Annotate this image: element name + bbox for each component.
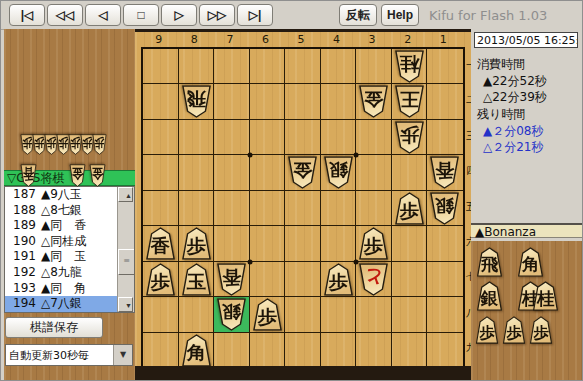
board-piece-香-9六: 香	[145, 227, 176, 260]
board-square-5九	[285, 333, 321, 368]
gote-hand-piece-香: 香	[20, 164, 37, 187]
board-piece-歩-2三: 歩	[394, 121, 425, 154]
board-square-2八	[392, 297, 428, 332]
file-label-3: 3	[369, 33, 376, 46]
svg-text:銀: 銀	[434, 195, 456, 215]
board-square-4九	[321, 333, 357, 368]
auto-update-dropdown[interactable]: 自動更新30秒毎 ▼	[5, 344, 133, 366]
svg-text:歩: 歩	[399, 125, 420, 145]
move-list-row-191[interactable]: 191▲同 玉	[5, 249, 134, 265]
board-piece-歩-2五: 歩	[394, 192, 425, 225]
board-square-9一	[143, 49, 179, 84]
board-square-7四	[214, 155, 250, 190]
board-square-8四	[179, 155, 215, 190]
scrollbar-thumb[interactable]: ≡	[118, 249, 135, 275]
board-square-6二	[250, 84, 286, 119]
board-square-8一	[179, 49, 215, 84]
sente-hand-piece-角: 角	[517, 247, 544, 277]
board-square-4一	[321, 49, 357, 84]
stop-button[interactable]: □	[123, 4, 159, 26]
svg-text:銀: 銀	[480, 288, 499, 308]
board-square-7五	[214, 191, 250, 226]
file-label-6: 6	[262, 33, 269, 46]
move-list[interactable]: 187▲9八玉188△8七銀189▲同 香190△同桂成191▲同 玉192△8…	[4, 186, 135, 313]
board-square-1三	[427, 120, 463, 155]
board-piece-銀-4四: 銀	[323, 156, 354, 189]
board-area: 987654321 一二三四五六七八九 桂飛金王歩金銀香歩銀香歩歩歩玉香歩と銀歩…	[135, 29, 471, 381]
svg-text:桂: 桂	[536, 288, 555, 308]
file-label-8: 8	[191, 33, 198, 46]
board-square-2九	[392, 333, 428, 368]
board-square-3五	[356, 191, 392, 226]
svg-text:香: 香	[22, 166, 35, 182]
board-bottom-frame	[135, 366, 471, 381]
board-square-8五	[179, 191, 215, 226]
board-square-2六	[392, 226, 428, 261]
board-piece-金-3二: 金	[358, 85, 389, 118]
star-point	[354, 153, 359, 158]
sente-hand-piece-歩: 歩	[529, 316, 553, 344]
star-point	[247, 153, 252, 158]
go-start-button[interactable]: |◁	[9, 4, 45, 26]
board-square-1八	[427, 297, 463, 332]
board-square-4二	[321, 84, 357, 119]
board-piece-歩-9七: 歩	[145, 263, 176, 296]
svg-text:香: 香	[150, 236, 171, 256]
back-10-button[interactable]: ◁◁	[47, 4, 83, 26]
board-square-9九	[143, 333, 179, 368]
move-text: △同桂成	[41, 234, 86, 248]
dropdown-arrow-icon[interactable]: ▼	[113, 345, 132, 365]
move-list-row-187[interactable]: 187▲9八玉	[5, 187, 134, 203]
board-square-1七	[427, 262, 463, 297]
remaining-time-sente: ▲２分08秒	[483, 123, 544, 140]
svg-text:香: 香	[222, 266, 243, 286]
svg-text:飛: 飛	[480, 254, 499, 274]
board-square-3八	[356, 297, 392, 332]
move-text: ▲同 香	[41, 218, 86, 232]
move-text: △7八銀	[41, 296, 82, 310]
sente-hand-piece-銀: 銀	[476, 281, 503, 311]
board-square-2四	[392, 155, 428, 190]
board-square-8三	[179, 120, 215, 155]
board-piece-角-8九: 角	[181, 334, 212, 367]
svg-text:歩: 歩	[185, 236, 206, 256]
svg-text:金: 金	[364, 89, 385, 109]
board-square-6一	[250, 49, 286, 84]
move-number: 190	[12, 234, 36, 250]
svg-text:桂: 桂	[399, 54, 420, 74]
move-number: 192	[12, 265, 36, 281]
board-piece-歩-6八: 歩	[252, 298, 283, 331]
board-square-4六	[321, 226, 357, 261]
move-list-row-188[interactable]: 188△8七銀	[5, 203, 134, 219]
board-square-6四	[250, 155, 286, 190]
board-square-3九	[356, 333, 392, 368]
sente-hand-piece-歩: 歩	[502, 316, 526, 344]
back-1-button[interactable]: ◁	[85, 4, 121, 26]
file-label-2: 2	[404, 33, 411, 46]
scroll-up-button[interactable]: ▲	[118, 187, 133, 202]
board-square-5六	[285, 226, 321, 261]
board-piece-歩-4七: 歩	[323, 263, 354, 296]
board-square-7九	[214, 333, 250, 368]
move-number: 191	[12, 249, 36, 265]
svg-text:金: 金	[71, 166, 84, 182]
consumed-time-sente: ▲22分52秒	[483, 73, 547, 90]
move-text: ▲9八玉	[41, 187, 82, 201]
board-square-2七	[392, 262, 428, 297]
kifu-window: |◁◁◁◁□▷▷▷▷| 反転 Help Kifu for Flash 1.03 …	[0, 0, 583, 381]
game-datetime: 2013/05/05 16:25:4	[474, 32, 578, 48]
svg-text:銀: 銀	[221, 302, 243, 322]
save-kifu-button[interactable]: 棋譜保存	[5, 317, 103, 338]
svg-text:歩: 歩	[150, 272, 171, 292]
svg-text:歩: 歩	[328, 272, 349, 292]
svg-text:歩: 歩	[94, 136, 105, 150]
board-piece-香-7七: 香	[216, 263, 247, 296]
move-number: 194	[12, 296, 36, 312]
sente-hand-tray: 飛角銀桂桂歩歩歩	[471, 241, 582, 380]
board-piece-飛-8二: 飛	[181, 85, 212, 118]
file-label-5: 5	[298, 33, 305, 46]
svg-text:飛: 飛	[186, 89, 207, 109]
move-number: 187	[12, 187, 36, 203]
left-panel: 歩歩歩歩歩歩歩香金金 ▽GPS将棋 187▲9八玉188△8七銀189▲同 香1…	[4, 29, 135, 380]
move-list-row-190[interactable]: 190△同桂成	[5, 234, 134, 250]
board-piece-歩-3六: 歩	[358, 227, 389, 260]
svg-text:と: と	[364, 266, 384, 286]
board-square-8八	[179, 297, 215, 332]
file-label-4: 4	[333, 33, 340, 46]
board-square-3四	[356, 155, 392, 190]
board-square-5二	[285, 84, 321, 119]
gote-hand-piece-歩: 歩	[92, 134, 107, 155]
board-square-1六	[427, 226, 463, 261]
move-text: △8九龍	[41, 265, 82, 279]
sente-hand-piece-桂: 桂	[532, 281, 559, 311]
file-label-1: 1	[440, 33, 447, 46]
board-square-9三	[143, 120, 179, 155]
board-square-5五	[285, 191, 321, 226]
svg-text:王: 王	[399, 89, 420, 109]
board-square-5七	[285, 262, 321, 297]
svg-text:歩: 歩	[532, 323, 549, 342]
svg-text:歩: 歩	[505, 323, 522, 342]
svg-text:歩: 歩	[399, 201, 420, 221]
board-piece-桂-2一: 桂	[394, 50, 425, 83]
help-button[interactable]: Help	[381, 4, 419, 26]
board-square-1九	[427, 333, 463, 368]
move-text: △8七銀	[41, 203, 82, 217]
consumed-time-label: 消費時間	[477, 56, 525, 73]
move-number: 193	[12, 281, 36, 297]
board-square-5八	[285, 297, 321, 332]
move-number: 189	[12, 218, 36, 234]
board-piece-王-2二: 王	[394, 85, 425, 118]
svg-text:銀: 銀	[327, 160, 349, 180]
board-piece-歩-8六: 歩	[181, 227, 212, 260]
right-panel: 2013/05/05 16:25:4 消費時間 ▲22分52秒 △22分39秒 …	[471, 29, 582, 380]
file-label-7: 7	[226, 33, 233, 46]
forward-1-button[interactable]: ▷	[161, 4, 197, 26]
board-square-9五	[143, 191, 179, 226]
svg-text:香: 香	[435, 160, 456, 180]
scroll-down-button[interactable]: ▼	[118, 297, 133, 312]
board-square-6七	[250, 262, 286, 297]
board-square-5三	[285, 120, 321, 155]
svg-text:歩: 歩	[256, 307, 277, 327]
flip-board-button[interactable]: 反転	[339, 4, 377, 26]
board-piece-玉-8七: 玉	[181, 263, 212, 296]
move-list-scrollbar: ▲ ≡ ▼	[117, 187, 134, 312]
board-piece-と-3七: と	[358, 263, 389, 296]
gote-hand-piece-金: 金	[89, 164, 106, 187]
forward-10-button[interactable]: ▷▷	[199, 4, 235, 26]
svg-text:玉: 玉	[185, 272, 206, 292]
board-piece-金-5四: 金	[287, 156, 318, 189]
move-text: ▲同 角	[41, 281, 86, 295]
auto-update-label: 自動更新30秒毎	[9, 348, 89, 363]
board-square-3一	[356, 49, 392, 84]
board-piece-銀-7八: 銀	[216, 298, 247, 331]
board-piece-銀-1五: 銀	[429, 192, 460, 225]
consumed-time-gote: △22分39秒	[483, 89, 547, 106]
board-square-7六	[214, 226, 250, 261]
svg-text:歩: 歩	[478, 323, 495, 342]
file-label-9: 9	[155, 33, 162, 46]
board-square-1二	[427, 84, 463, 119]
move-number: 188	[12, 203, 36, 219]
svg-text:角: 角	[185, 343, 205, 363]
sente-player-bar: ▲Bonanza	[471, 223, 582, 238]
board-piece-香-1四: 香	[429, 156, 460, 189]
svg-text:歩: 歩	[363, 236, 384, 256]
sente-hand-piece-飛: 飛	[476, 247, 503, 277]
board-square-7二	[214, 84, 250, 119]
board-square-6五	[250, 191, 286, 226]
move-list-row-193[interactable]: 193▲同 角	[5, 281, 134, 297]
board-square-4五	[321, 191, 357, 226]
board-square-6三	[250, 120, 286, 155]
svg-text:金: 金	[293, 160, 314, 180]
board-square-6六	[250, 226, 286, 261]
board-square-1一	[427, 49, 463, 84]
star-point	[247, 259, 252, 264]
move-list-row-189[interactable]: 189▲同 香	[5, 218, 134, 234]
svg-text:金: 金	[91, 166, 104, 182]
board-square-3三	[356, 120, 392, 155]
board-square-5一	[285, 49, 321, 84]
app-title: Kifu for Flash 1.03	[429, 8, 547, 23]
remaining-time-label: 残り時間	[477, 106, 525, 123]
move-list-row-194[interactable]: 194△7八銀	[5, 296, 134, 312]
playback-toolbar: |◁◁◁◁□▷▷▷▷| 反転 Help Kifu for Flash 1.03	[1, 1, 582, 30]
board-square-9四	[143, 155, 179, 190]
board-square-9二	[143, 84, 179, 119]
board-square-7一	[214, 49, 250, 84]
sente-hand-piece-歩: 歩	[475, 316, 499, 344]
svg-text:角: 角	[521, 254, 540, 274]
go-end-button[interactable]: ▷|	[237, 4, 273, 26]
remaining-time-gote: △２分21秒	[483, 139, 544, 156]
board-square-9八	[143, 297, 179, 332]
board-square-7三	[214, 120, 250, 155]
move-text: ▲同 玉	[41, 249, 86, 263]
board-square-4三	[321, 120, 357, 155]
board-square-4八	[321, 297, 357, 332]
move-list-row-192[interactable]: 192△8九龍	[5, 265, 134, 281]
board-square-6九	[250, 333, 286, 368]
gote-hand-piece-金: 金	[69, 164, 86, 187]
